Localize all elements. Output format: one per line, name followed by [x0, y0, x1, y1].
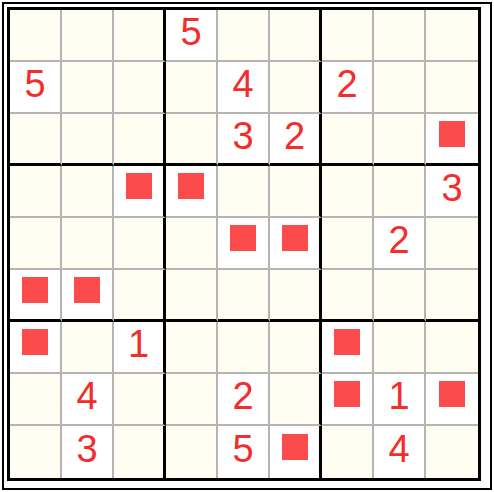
cell-r2c7: 2 — [322, 62, 374, 114]
cell-r5c2[interactable] — [62, 218, 114, 270]
given-digit: 1 — [388, 377, 409, 415]
cell-r1c8[interactable] — [374, 10, 426, 62]
cell-r4c2[interactable] — [62, 166, 114, 218]
given-digit: 2 — [336, 65, 357, 103]
cell-r2c5: 4 — [218, 62, 270, 114]
given-digit: 4 — [232, 65, 253, 103]
cell-r8c4[interactable] — [166, 374, 218, 426]
cell-r3c2[interactable] — [62, 114, 114, 166]
given-digit: 3 — [232, 117, 253, 155]
cell-r4c5[interactable] — [218, 166, 270, 218]
cell-r4c6[interactable] — [270, 166, 322, 218]
cell-r4c3 — [114, 166, 166, 218]
cell-r7c2[interactable] — [62, 322, 114, 374]
cell-r6c3[interactable] — [114, 270, 166, 322]
cell-r3c7[interactable] — [322, 114, 374, 166]
cell-r9c5: 5 — [218, 426, 270, 478]
given-digit: 2 — [284, 117, 305, 155]
cell-r8c9 — [426, 374, 478, 426]
cell-r8c7 — [322, 374, 374, 426]
cell-r1c9[interactable] — [426, 10, 478, 62]
cell-r7c6[interactable] — [270, 322, 322, 374]
blocked-square — [74, 277, 100, 303]
cell-r2c9[interactable] — [426, 62, 478, 114]
cell-r3c4[interactable] — [166, 114, 218, 166]
cell-r1c7[interactable] — [322, 10, 374, 62]
cell-r7c4[interactable] — [166, 322, 218, 374]
cell-r8c3[interactable] — [114, 374, 166, 426]
cell-r1c5[interactable] — [218, 10, 270, 62]
given-digit: 3 — [441, 169, 462, 207]
puzzle-grid: 554232321421354 — [10, 10, 478, 478]
blocked-square — [334, 329, 360, 355]
blocked-square — [22, 329, 48, 355]
blocked-square — [22, 277, 48, 303]
cell-r2c6[interactable] — [270, 62, 322, 114]
cell-r5c7[interactable] — [322, 218, 374, 270]
cell-r1c4: 5 — [166, 10, 218, 62]
cell-r8c8: 1 — [374, 374, 426, 426]
given-digit: 4 — [388, 430, 409, 468]
cell-r6c1 — [10, 270, 62, 322]
cell-r5c8: 2 — [374, 218, 426, 270]
blocked-square — [126, 173, 152, 199]
cell-r9c4[interactable] — [166, 426, 218, 478]
cell-r2c8[interactable] — [374, 62, 426, 114]
cell-r8c2: 4 — [62, 374, 114, 426]
cell-r6c9[interactable] — [426, 270, 478, 322]
cell-r4c1[interactable] — [10, 166, 62, 218]
cell-r2c4[interactable] — [166, 62, 218, 114]
cell-r5c5 — [218, 218, 270, 270]
blocked-square — [439, 381, 465, 407]
cell-r6c6[interactable] — [270, 270, 322, 322]
blocked-square — [282, 434, 308, 460]
cell-r6c8[interactable] — [374, 270, 426, 322]
cell-r4c8[interactable] — [374, 166, 426, 218]
cell-r8c1[interactable] — [10, 374, 62, 426]
cell-r9c1[interactable] — [10, 426, 62, 478]
cell-r7c8[interactable] — [374, 322, 426, 374]
cell-r6c7[interactable] — [322, 270, 374, 322]
cell-r6c5[interactable] — [218, 270, 270, 322]
blocked-square — [230, 225, 256, 251]
outer-frame: 554232321421354 — [2, 2, 492, 490]
blocked-square — [282, 225, 308, 251]
cell-r9c7[interactable] — [322, 426, 374, 478]
cell-r9c6 — [270, 426, 322, 478]
cell-r4c9: 3 — [426, 166, 478, 218]
given-digit: 3 — [76, 430, 97, 468]
cell-r9c3[interactable] — [114, 426, 166, 478]
given-digit: 2 — [388, 221, 409, 259]
cell-r5c6 — [270, 218, 322, 270]
given-digit: 1 — [128, 325, 149, 363]
cell-r5c1[interactable] — [10, 218, 62, 270]
given-digit: 5 — [24, 65, 45, 103]
cell-r7c7 — [322, 322, 374, 374]
cell-r6c2 — [62, 270, 114, 322]
cell-r3c9 — [426, 114, 478, 166]
blocked-square — [178, 173, 204, 199]
cell-r7c1 — [10, 322, 62, 374]
cell-r5c3[interactable] — [114, 218, 166, 270]
cell-r3c3[interactable] — [114, 114, 166, 166]
cell-r7c3: 1 — [114, 322, 166, 374]
cell-r1c1[interactable] — [10, 10, 62, 62]
cell-r3c5: 3 — [218, 114, 270, 166]
cell-r5c4[interactable] — [166, 218, 218, 270]
cell-r2c2[interactable] — [62, 62, 114, 114]
blocked-square — [439, 121, 465, 147]
cell-r3c8[interactable] — [374, 114, 426, 166]
blocked-square — [334, 381, 360, 407]
sudoku-board: 554232321421354 — [7, 7, 481, 481]
cell-r3c1[interactable] — [10, 114, 62, 166]
cell-r6c4[interactable] — [166, 270, 218, 322]
cell-r5c9[interactable] — [426, 218, 478, 270]
cell-r9c2: 3 — [62, 426, 114, 478]
given-digit: 2 — [232, 377, 253, 415]
cell-r1c6[interactable] — [270, 10, 322, 62]
cell-r4c7[interactable] — [322, 166, 374, 218]
cell-r9c9[interactable] — [426, 426, 478, 478]
cell-r1c2[interactable] — [62, 10, 114, 62]
cell-r7c9[interactable] — [426, 322, 478, 374]
cell-r7c5[interactable] — [218, 322, 270, 374]
cell-r8c5: 2 — [218, 374, 270, 426]
cell-r2c3[interactable] — [114, 62, 166, 114]
cell-r8c6[interactable] — [270, 374, 322, 426]
given-digit: 4 — [76, 377, 97, 415]
cell-r3c6: 2 — [270, 114, 322, 166]
given-digit: 5 — [180, 13, 201, 51]
cell-r2c1: 5 — [10, 62, 62, 114]
given-digit: 5 — [232, 430, 253, 468]
cell-r9c8: 4 — [374, 426, 426, 478]
cell-r4c4 — [166, 166, 218, 218]
cell-r1c3[interactable] — [114, 10, 166, 62]
